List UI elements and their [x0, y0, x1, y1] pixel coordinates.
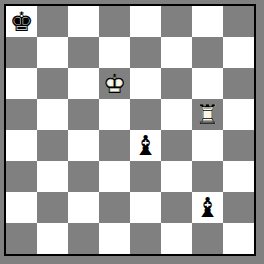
piece-black-king[interactable]: ♚	[6, 6, 37, 37]
square-b3[interactable]	[37, 161, 68, 192]
square-c4[interactable]	[68, 130, 99, 161]
square-b8[interactable]	[37, 6, 68, 37]
black-bishop-glyph: ♝	[130, 130, 161, 161]
square-e7[interactable]	[130, 37, 161, 68]
square-d3[interactable]	[99, 161, 130, 192]
square-h2[interactable]	[223, 192, 254, 223]
square-b4[interactable]	[37, 130, 68, 161]
square-a7[interactable]	[6, 37, 37, 68]
square-f5[interactable]	[161, 99, 192, 130]
square-d5[interactable]	[99, 99, 130, 130]
square-d8[interactable]	[99, 6, 130, 37]
square-a6[interactable]	[6, 68, 37, 99]
piece-white-king[interactable]: ♚♔	[99, 68, 130, 99]
square-h8[interactable]	[223, 6, 254, 37]
square-e6[interactable]	[130, 68, 161, 99]
square-b2[interactable]	[37, 192, 68, 223]
square-a2[interactable]	[6, 192, 37, 223]
square-h3[interactable]	[223, 161, 254, 192]
square-b7[interactable]	[37, 37, 68, 68]
black-king-glyph: ♚	[6, 6, 37, 37]
square-g2[interactable]: ♝	[192, 192, 223, 223]
square-g6[interactable]	[192, 68, 223, 99]
square-c8[interactable]	[68, 6, 99, 37]
square-e4[interactable]: ♝	[130, 130, 161, 161]
chess-board: ♚♚♔♜♖♝♝	[4, 4, 256, 256]
square-c3[interactable]	[68, 161, 99, 192]
square-e1[interactable]	[130, 223, 161, 254]
square-h1[interactable]	[223, 223, 254, 254]
square-g7[interactable]	[192, 37, 223, 68]
square-d6[interactable]: ♚♔	[99, 68, 130, 99]
square-e5[interactable]	[130, 99, 161, 130]
square-e8[interactable]	[130, 6, 161, 37]
square-d1[interactable]	[99, 223, 130, 254]
square-a4[interactable]	[6, 130, 37, 161]
square-f1[interactable]	[161, 223, 192, 254]
square-a3[interactable]	[6, 161, 37, 192]
square-c6[interactable]	[68, 68, 99, 99]
square-g5[interactable]: ♜♖	[192, 99, 223, 130]
square-d4[interactable]	[99, 130, 130, 161]
square-a1[interactable]	[6, 223, 37, 254]
square-h5[interactable]	[223, 99, 254, 130]
square-h6[interactable]	[223, 68, 254, 99]
piece-white-rook[interactable]: ♜♖	[192, 99, 223, 130]
square-b6[interactable]	[37, 68, 68, 99]
square-f2[interactable]	[161, 192, 192, 223]
square-h7[interactable]	[223, 37, 254, 68]
white-king-outline-glyph: ♔	[99, 68, 130, 99]
square-f8[interactable]	[161, 6, 192, 37]
square-f6[interactable]	[161, 68, 192, 99]
square-g1[interactable]	[192, 223, 223, 254]
square-c1[interactable]	[68, 223, 99, 254]
square-h4[interactable]	[223, 130, 254, 161]
square-g3[interactable]	[192, 161, 223, 192]
square-g8[interactable]	[192, 6, 223, 37]
square-f4[interactable]	[161, 130, 192, 161]
square-a5[interactable]	[6, 99, 37, 130]
piece-black-bishop[interactable]: ♝	[192, 192, 223, 223]
square-e3[interactable]	[130, 161, 161, 192]
square-b1[interactable]	[37, 223, 68, 254]
square-f3[interactable]	[161, 161, 192, 192]
square-g4[interactable]	[192, 130, 223, 161]
square-c7[interactable]	[68, 37, 99, 68]
black-bishop-glyph: ♝	[192, 192, 223, 223]
square-c5[interactable]	[68, 99, 99, 130]
square-a8[interactable]: ♚	[6, 6, 37, 37]
square-b5[interactable]	[37, 99, 68, 130]
white-rook-outline-glyph: ♖	[192, 99, 223, 130]
square-d2[interactable]	[99, 192, 130, 223]
square-f7[interactable]	[161, 37, 192, 68]
piece-black-bishop[interactable]: ♝	[130, 130, 161, 161]
square-e2[interactable]	[130, 192, 161, 223]
square-c2[interactable]	[68, 192, 99, 223]
square-d7[interactable]	[99, 37, 130, 68]
